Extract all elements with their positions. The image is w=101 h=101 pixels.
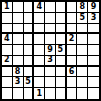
cell-r5c7[interactable]: [67, 45, 78, 56]
cell-r9c8[interactable]: [77, 88, 88, 99]
cell-r6c6[interactable]: [56, 56, 67, 67]
cell-r7c7[interactable]: 6: [67, 67, 78, 78]
cell-r4c8[interactable]: [77, 34, 88, 45]
cell-r6c2[interactable]: [13, 56, 24, 67]
cell-r3c2[interactable]: [13, 24, 24, 35]
cell-r6c8[interactable]: [77, 56, 88, 67]
cell-r8c7[interactable]: [67, 77, 78, 88]
sudoku-board: 14895342952386351: [0, 0, 101, 101]
cell-r4c5[interactable]: [45, 34, 56, 45]
cell-r2c1[interactable]: [2, 13, 13, 24]
cell-r8c6[interactable]: [56, 77, 67, 88]
cell-r1c1[interactable]: 1: [2, 2, 13, 13]
cell-r1c8[interactable]: 8: [77, 2, 88, 13]
cell-r7c4[interactable]: [34, 67, 45, 78]
cell-r1c3[interactable]: [24, 2, 35, 13]
cell-r5c2[interactable]: [13, 45, 24, 56]
cell-r1c4[interactable]: 4: [34, 2, 45, 13]
cell-r9c3[interactable]: [24, 88, 35, 99]
cell-r7c3[interactable]: [24, 67, 35, 78]
cell-r6c3[interactable]: [24, 56, 35, 67]
cell-r8c3[interactable]: 5: [24, 77, 35, 88]
cell-r5c5[interactable]: 9: [45, 45, 56, 56]
cell-r3c4[interactable]: [34, 24, 45, 35]
cell-r7c1[interactable]: [2, 67, 13, 78]
cell-r8c5[interactable]: [45, 77, 56, 88]
cell-r9c7[interactable]: [67, 88, 78, 99]
cell-r1c9[interactable]: 9: [88, 2, 99, 13]
cell-r4c1[interactable]: 4: [2, 34, 13, 45]
cell-r2c5[interactable]: [45, 13, 56, 24]
cell-r7c9[interactable]: [88, 67, 99, 78]
cell-r6c4[interactable]: [34, 56, 45, 67]
cell-r2c3[interactable]: [24, 13, 35, 24]
cell-r3c7[interactable]: [67, 24, 78, 35]
cell-r9c4[interactable]: 1: [34, 88, 45, 99]
cell-r5c4[interactable]: [34, 45, 45, 56]
cell-r4c9[interactable]: [88, 34, 99, 45]
cell-r8c4[interactable]: [34, 77, 45, 88]
cell-r5c9[interactable]: [88, 45, 99, 56]
cell-r9c5[interactable]: [45, 88, 56, 99]
cell-r3c5[interactable]: [45, 24, 56, 35]
cell-r5c8[interactable]: [77, 45, 88, 56]
cell-r3c1[interactable]: [2, 24, 13, 35]
cell-r7c2[interactable]: 8: [13, 67, 24, 78]
cell-r4c4[interactable]: [34, 34, 45, 45]
cell-r4c7[interactable]: 2: [67, 34, 78, 45]
cell-r8c1[interactable]: [2, 77, 13, 88]
cell-r6c9[interactable]: [88, 56, 99, 67]
cell-r6c5[interactable]: 3: [45, 56, 56, 67]
cell-r2c4[interactable]: [34, 13, 45, 24]
cell-r3c8[interactable]: [77, 24, 88, 35]
cell-r5c1[interactable]: [2, 45, 13, 56]
cell-r9c9[interactable]: [88, 88, 99, 99]
cell-r1c5[interactable]: [45, 2, 56, 13]
cell-r8c8[interactable]: [77, 77, 88, 88]
cell-r3c9[interactable]: [88, 24, 99, 35]
cell-r2c7[interactable]: [67, 13, 78, 24]
cell-r7c5[interactable]: [45, 67, 56, 78]
cell-r3c6[interactable]: [56, 24, 67, 35]
cell-r7c6[interactable]: [56, 67, 67, 78]
cell-r6c1[interactable]: 2: [2, 56, 13, 67]
cell-r8c2[interactable]: 3: [13, 77, 24, 88]
cell-r4c3[interactable]: [24, 34, 35, 45]
cell-r9c1[interactable]: [2, 88, 13, 99]
cell-r4c2[interactable]: [13, 34, 24, 45]
cell-r9c6[interactable]: [56, 88, 67, 99]
cell-r9c2[interactable]: [13, 88, 24, 99]
cell-r1c6[interactable]: [56, 2, 67, 13]
cell-r5c3[interactable]: [24, 45, 35, 56]
cell-r7c8[interactable]: [77, 67, 88, 78]
cell-r2c8[interactable]: 5: [77, 13, 88, 24]
cell-r8c9[interactable]: [88, 77, 99, 88]
cell-r2c9[interactable]: 3: [88, 13, 99, 24]
cell-r3c3[interactable]: [24, 24, 35, 35]
cell-r6c7[interactable]: [67, 56, 78, 67]
cell-r1c2[interactable]: [13, 2, 24, 13]
cell-r4c6[interactable]: [56, 34, 67, 45]
cell-r2c2[interactable]: [13, 13, 24, 24]
cell-r2c6[interactable]: [56, 13, 67, 24]
cell-r5c6[interactable]: 5: [56, 45, 67, 56]
cell-r1c7[interactable]: [67, 2, 78, 13]
